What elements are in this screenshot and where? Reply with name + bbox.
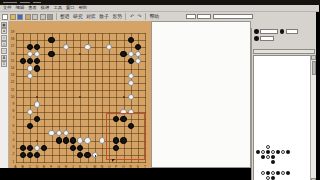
coord-letter: O xyxy=(108,166,111,169)
coord-number: 3 xyxy=(9,146,14,149)
stone-white-H17[interactable] xyxy=(63,44,69,50)
coord-letter: R xyxy=(130,166,132,169)
stone-white-C8[interactable] xyxy=(27,109,33,115)
grid-line-h xyxy=(16,162,146,163)
help-button[interactable]: 帮助 xyxy=(149,13,161,21)
toolbar-button-0[interactable]: 整谱 xyxy=(59,13,71,21)
stone-black-F18[interactable] xyxy=(48,37,54,43)
coord-number: 16 xyxy=(9,53,14,56)
titlebar-decoration xyxy=(33,2,41,4)
info-panel xyxy=(251,28,316,180)
coord-number: 12 xyxy=(9,81,14,84)
coord-number: 2 xyxy=(9,153,14,156)
tree-node-black[interactable] xyxy=(266,150,270,154)
stone-white-C13[interactable] xyxy=(27,73,33,79)
coord-letter: A xyxy=(14,166,16,169)
tree-node-black[interactable] xyxy=(276,171,280,175)
coord-letter: J xyxy=(72,166,74,169)
mouse-cursor xyxy=(112,159,115,162)
coord-number: 4 xyxy=(9,139,14,142)
white-player-field[interactable] xyxy=(260,36,274,41)
tree-node-black[interactable] xyxy=(271,176,275,180)
tool-icon-3[interactable]: △ xyxy=(1,41,7,47)
tree-node-white[interactable] xyxy=(281,171,285,175)
coord-number: 17 xyxy=(9,45,14,48)
menu-bar: 文件编辑查看棋谱工具窗口帮助 xyxy=(0,5,319,12)
coord-number: 8 xyxy=(9,110,14,113)
coord-letter: C xyxy=(29,166,31,169)
toolbar-button-3[interactable]: 数子 xyxy=(98,13,110,21)
stone-black-G4[interactable] xyxy=(56,137,62,143)
paste-icon[interactable] xyxy=(40,14,46,20)
stone-white-N4[interactable] xyxy=(99,137,105,143)
stone-white-K4[interactable] xyxy=(77,137,83,143)
stone-black-D7[interactable] xyxy=(34,116,40,122)
coord-letter: E xyxy=(43,166,45,169)
stone-black-C15[interactable] xyxy=(27,58,33,64)
move-number-field[interactable] xyxy=(186,14,196,20)
coord-number: 6 xyxy=(9,125,14,128)
stone-white-D16[interactable] xyxy=(34,51,40,57)
stone-white-M2[interactable] xyxy=(92,152,98,158)
tree-node-black[interactable] xyxy=(256,150,260,154)
tree-node-black[interactable] xyxy=(271,160,275,164)
tool-icon-5[interactable]: A xyxy=(1,55,7,61)
scroll-down-icon[interactable] xyxy=(311,178,316,180)
stone-black-S17[interactable] xyxy=(135,44,141,50)
stone-white-L4[interactable] xyxy=(84,137,90,143)
titlebar-decoration xyxy=(3,2,17,4)
menu-item-0[interactable]: 文件 xyxy=(3,5,12,11)
tree-node-black[interactable] xyxy=(266,171,270,175)
tree-node-white[interactable] xyxy=(261,171,265,175)
stone-black-F16[interactable] xyxy=(48,51,54,57)
tool-icon-1[interactable]: ● xyxy=(1,28,7,34)
tree-node-black[interactable] xyxy=(286,150,290,154)
tree-node-black[interactable] xyxy=(271,155,275,159)
stone-white-D9[interactable] xyxy=(34,101,40,107)
stone-black-L2[interactable] xyxy=(84,152,90,158)
tree-node-white[interactable] xyxy=(261,150,265,154)
selection-rectangle[interactable] xyxy=(106,113,145,160)
stone-black-E3[interactable] xyxy=(41,145,47,151)
tool-icon-4[interactable]: □ xyxy=(1,48,7,54)
stone-white-S16[interactable] xyxy=(135,51,141,57)
game-info-field[interactable] xyxy=(213,14,253,20)
coord-number: 1 xyxy=(9,161,14,164)
grid-line-v xyxy=(95,33,96,163)
go-board-panel: ABCDEFGHJKLMNOPQRST191817161514131211109… xyxy=(9,21,151,168)
stone-black-J4[interactable] xyxy=(70,137,76,143)
stone-white-D3[interactable] xyxy=(34,145,40,151)
stone-black-B2[interactable] xyxy=(20,152,26,158)
stone-black-D14[interactable] xyxy=(34,65,40,71)
stone-white-R16[interactable] xyxy=(128,51,134,57)
coord-number: 7 xyxy=(9,117,14,120)
coord-number: 5 xyxy=(9,132,14,135)
tree-node-white[interactable] xyxy=(281,150,285,154)
menu-item-3[interactable]: 棋谱 xyxy=(41,5,50,11)
coord-number: 13 xyxy=(9,74,14,77)
stone-black-H4[interactable] xyxy=(63,137,69,143)
coord-letter: P xyxy=(115,166,117,169)
coord-number: 10 xyxy=(9,96,14,99)
star-point xyxy=(79,53,81,55)
game-tree xyxy=(256,144,290,180)
board-icon[interactable] xyxy=(25,14,31,20)
toolbar-button-1[interactable]: 研究 xyxy=(72,13,84,21)
menu-item-2[interactable]: 查看 xyxy=(28,5,37,11)
tree-node-white[interactable] xyxy=(266,155,270,159)
toolbar-separator xyxy=(56,13,57,20)
toolbar-button-4[interactable]: 形势 xyxy=(111,13,123,21)
undo-icon[interactable]: ↶ xyxy=(129,13,135,21)
black-player-field[interactable] xyxy=(260,29,278,34)
coord-number: 14 xyxy=(9,67,14,70)
tree-node-white[interactable] xyxy=(271,171,275,175)
menu-item-6[interactable]: 帮助 xyxy=(79,5,88,11)
stone-white-R13[interactable] xyxy=(128,73,134,79)
tool-icon-2[interactable]: ○ xyxy=(1,35,7,41)
stone-black-C17[interactable] xyxy=(27,44,33,50)
coord-number: 11 xyxy=(9,89,14,92)
comment-panel[interactable] xyxy=(151,21,251,168)
white-player-row xyxy=(252,35,316,42)
titlebar-decoration xyxy=(20,2,30,4)
tree-node-white[interactable] xyxy=(271,150,275,154)
stone-white-H5[interactable] xyxy=(63,130,69,136)
stone-white-F5[interactable] xyxy=(48,130,54,136)
coord-letter: Q xyxy=(122,166,125,169)
open-folder-icon[interactable] xyxy=(10,14,16,20)
stone-white-C14[interactable] xyxy=(27,65,33,71)
stone-white-L17[interactable] xyxy=(84,44,90,50)
tree-node-black[interactable] xyxy=(276,150,280,154)
tree-node-white[interactable] xyxy=(266,176,270,180)
stone-black-D2[interactable] xyxy=(34,152,40,158)
black-stone-icon xyxy=(254,36,259,41)
coord-letter: B xyxy=(22,166,24,169)
scrollbar-thumb[interactable] xyxy=(312,61,316,75)
coord-letter: T xyxy=(144,166,146,169)
toolbar-button-2[interactable]: 对弈 xyxy=(85,13,97,21)
coord-letter: N xyxy=(101,166,103,169)
redo-icon[interactable]: ↷ xyxy=(137,13,143,21)
coord-letter: G xyxy=(58,166,61,169)
stone-black-Q16[interactable] xyxy=(120,51,126,57)
stone-black-C3[interactable] xyxy=(27,145,33,151)
grid-line-v xyxy=(145,33,146,163)
stone-white-S15[interactable] xyxy=(135,58,141,64)
coord-letter: L xyxy=(86,166,88,169)
coord-letter: H xyxy=(65,166,67,169)
menu-item-4[interactable]: 工具 xyxy=(53,5,62,11)
edit-tool-strip: ▦●○△□A1 xyxy=(0,21,9,168)
stone-black-D15[interactable] xyxy=(34,58,40,64)
stone-black-R15[interactable] xyxy=(128,58,134,64)
print-icon[interactable] xyxy=(47,14,53,20)
black-stone-icon xyxy=(254,29,259,34)
tree-panel-header xyxy=(253,49,315,54)
stone-black-J3[interactable] xyxy=(70,145,76,151)
coord-letter: K xyxy=(79,166,81,169)
stone-white-R12[interactable] xyxy=(128,80,134,86)
stone-black-K3[interactable] xyxy=(77,145,83,151)
stone-white-R10[interactable] xyxy=(128,94,134,100)
black-stone-icon xyxy=(280,29,285,34)
main-area: ▦●○△□A1 ABCDEFGHJKLMNOPQRST1918171615141… xyxy=(0,21,316,168)
stone-white-G5[interactable] xyxy=(56,130,62,136)
stone-black-C6[interactable] xyxy=(27,123,33,129)
new-file-icon[interactable] xyxy=(2,14,8,20)
coord-letter: S xyxy=(137,166,139,169)
stone-black-B15[interactable] xyxy=(20,58,26,64)
stone-white-C16[interactable] xyxy=(27,51,33,57)
coord-letter: D xyxy=(36,166,38,169)
star-point xyxy=(36,96,38,98)
tool-icon-0[interactable]: ▦ xyxy=(1,22,7,28)
total-moves-field[interactable] xyxy=(197,14,211,20)
stone-black-C2[interactable] xyxy=(27,152,33,158)
coord-number: 18 xyxy=(9,38,14,41)
toolbar-separator xyxy=(145,13,146,20)
go-board-grid[interactable]: ABCDEFGHJKLMNOPQRST191817161514131211109… xyxy=(16,33,146,163)
game-tree-panel[interactable] xyxy=(253,55,311,180)
coord-letter: F xyxy=(50,166,52,169)
coord-number: 9 xyxy=(9,103,14,106)
stone-black-K2[interactable] xyxy=(77,152,83,158)
stone-black-R18[interactable] xyxy=(128,37,134,43)
coord-number: 19 xyxy=(9,31,14,34)
menu-item-5[interactable]: 窗口 xyxy=(66,5,75,11)
coord-letter: M xyxy=(94,166,97,169)
tree-node-black[interactable] xyxy=(286,171,290,175)
copy-icon[interactable] xyxy=(32,14,38,20)
star-point xyxy=(36,140,38,142)
last-move-marker xyxy=(95,155,97,157)
tree-node-black[interactable] xyxy=(261,155,265,159)
tree-scrollbar[interactable] xyxy=(310,55,316,180)
save-icon[interactable] xyxy=(17,14,23,20)
scroll-up-icon[interactable] xyxy=(311,55,316,60)
tool-icon-6[interactable]: 1 xyxy=(1,61,7,67)
black-player-row xyxy=(252,28,316,35)
menu-item-1[interactable]: 编辑 xyxy=(16,5,25,11)
toolbar-separator xyxy=(125,13,126,20)
tree-node-white[interactable] xyxy=(266,145,270,149)
coord-number: 15 xyxy=(9,60,14,63)
stone-white-O17[interactable] xyxy=(106,44,112,50)
black-captures-field[interactable] xyxy=(286,29,298,34)
toolbar: 整谱研究对弈数子形势↶↷帮助 xyxy=(0,12,253,21)
app-window: 文件编辑查看棋谱工具窗口帮助 整谱研究对弈数子形势↶↷帮助 ▦●○△□A1 AB… xyxy=(0,5,316,168)
stone-black-D17[interactable] xyxy=(34,44,40,50)
stone-black-B3[interactable] xyxy=(20,145,26,151)
